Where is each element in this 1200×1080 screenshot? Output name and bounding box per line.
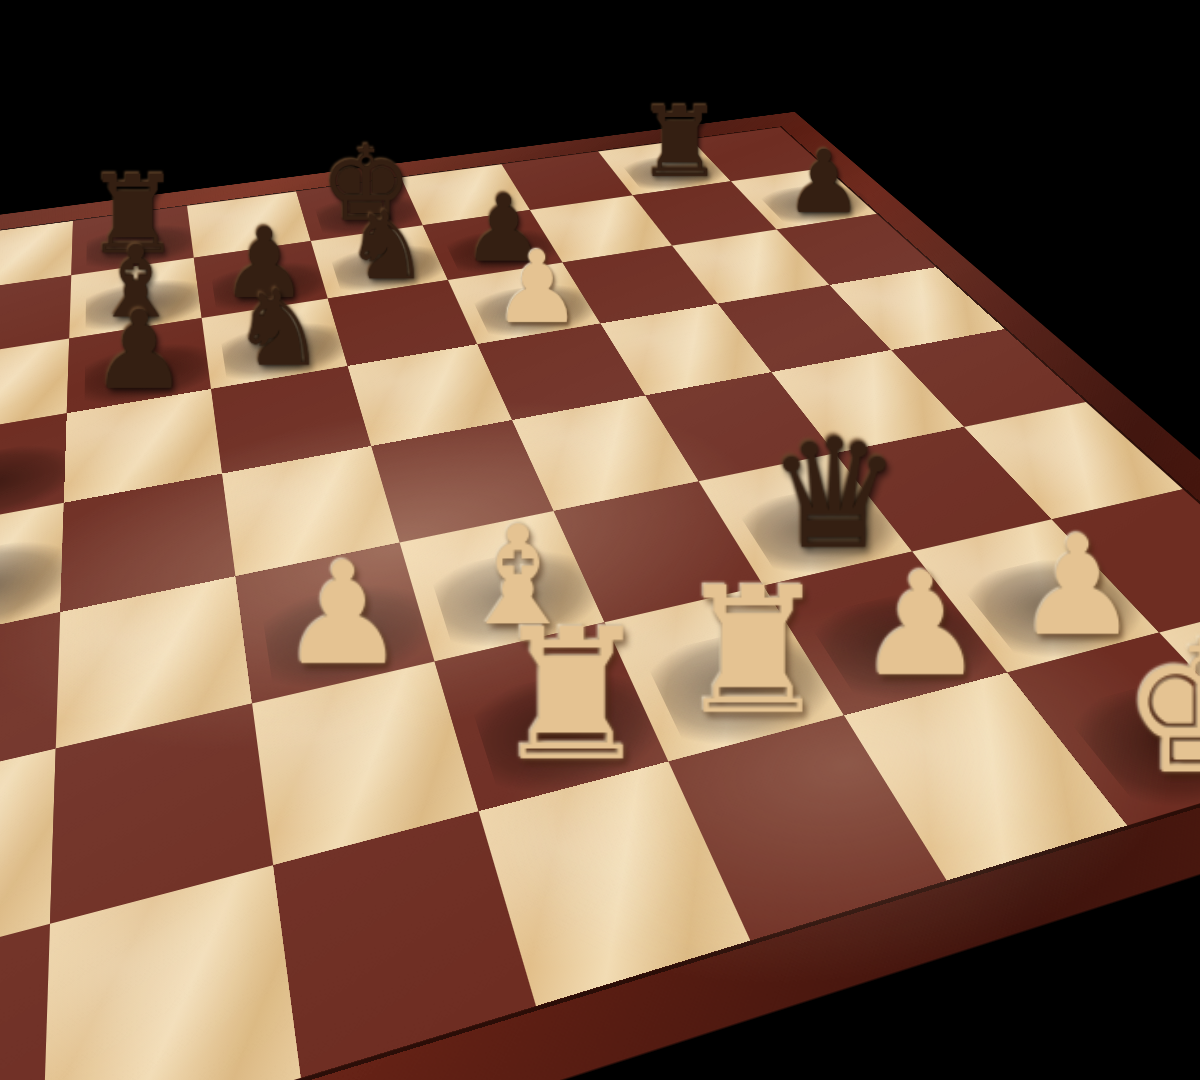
king-icon: ♚ (1084, 618, 1200, 802)
pawn-icon: ♟ (461, 238, 614, 338)
square-c5[interactable] (211, 366, 371, 474)
square-d2[interactable]: ♜ (435, 622, 669, 811)
rook-icon: ♜ (617, 95, 743, 192)
queen-icon: ♛ (0, 474, 73, 634)
chess-board: ♜♚♜♝♟♞♟♟♟♞♟♝♛♟♝♛♜♜♟♟♚ (0, 127, 1200, 1080)
square-e4[interactable] (512, 395, 699, 511)
rook-icon: ♜ (453, 606, 690, 788)
pawn-icon: ♟ (57, 297, 223, 405)
board-frame: ♜♚♜♝♟♞♟♟♟♞♟♝♛♟♝♛♜♜♟♟♚ (0, 112, 1200, 1080)
square-a1[interactable] (0, 924, 50, 1080)
chess-3d-scene: ♜♚♜♝♟♞♟♟♟♞♟♝♛♟♝♛♜♜♟♟♚ (0, 0, 1200, 1080)
knight-icon: ♞ (198, 276, 360, 381)
screenshot-stage: ♜♚♜♝♟♞♟♟♟♞♟♝♛♟♝♛♜♜♟♟♚ (0, 0, 1200, 1080)
pawn-icon: ♟ (234, 543, 452, 685)
pawn-icon: ♟ (758, 139, 891, 225)
